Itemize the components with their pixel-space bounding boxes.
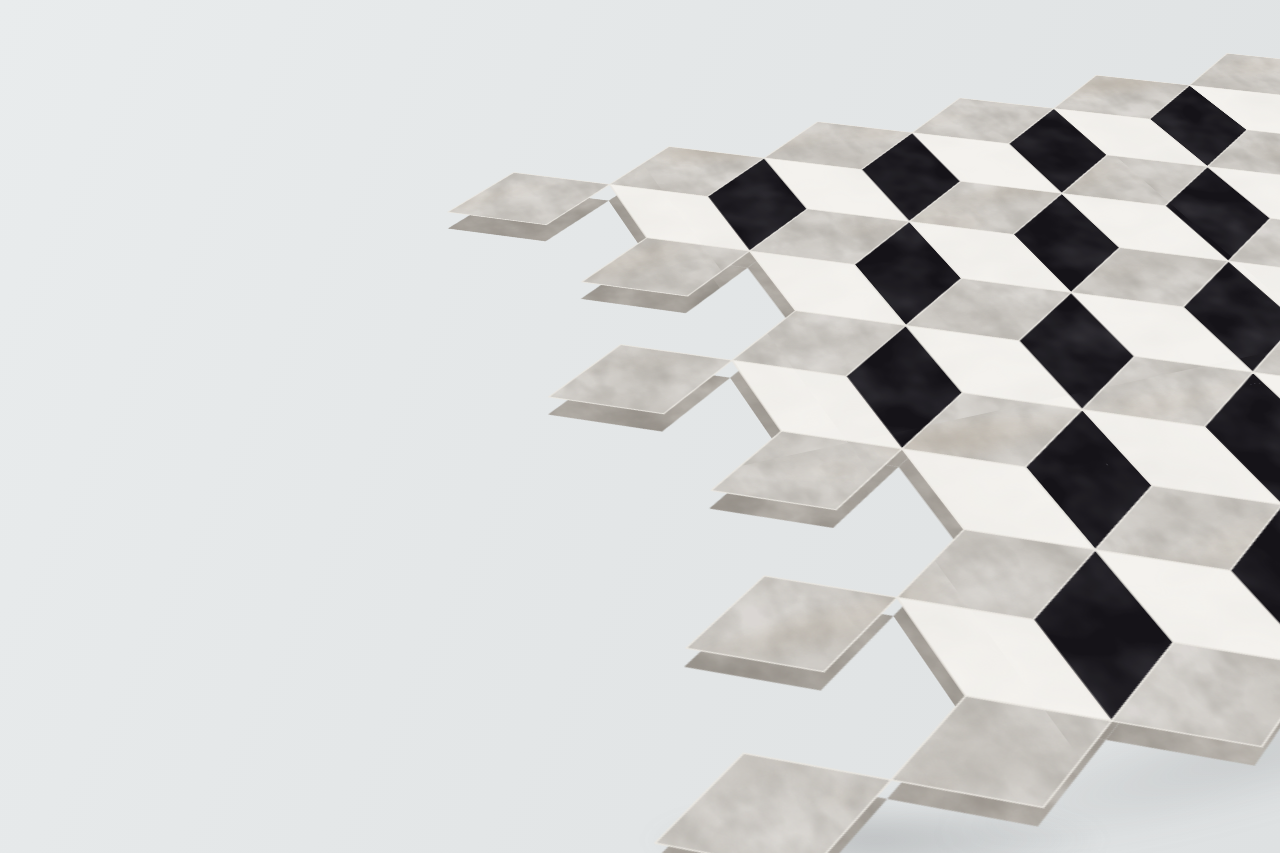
tile-face-grey-cap <box>530 327 756 433</box>
photo-backdrop <box>0 0 1280 853</box>
table-tilt-wrapper <box>181 0 1280 853</box>
tile-face-grey-cap <box>627 724 928 853</box>
tile-face-grey-cap <box>434 159 628 239</box>
tabletop-layer <box>181 0 1280 853</box>
tile-cells <box>351 0 1280 853</box>
tile-face-grey-cap <box>660 552 930 699</box>
